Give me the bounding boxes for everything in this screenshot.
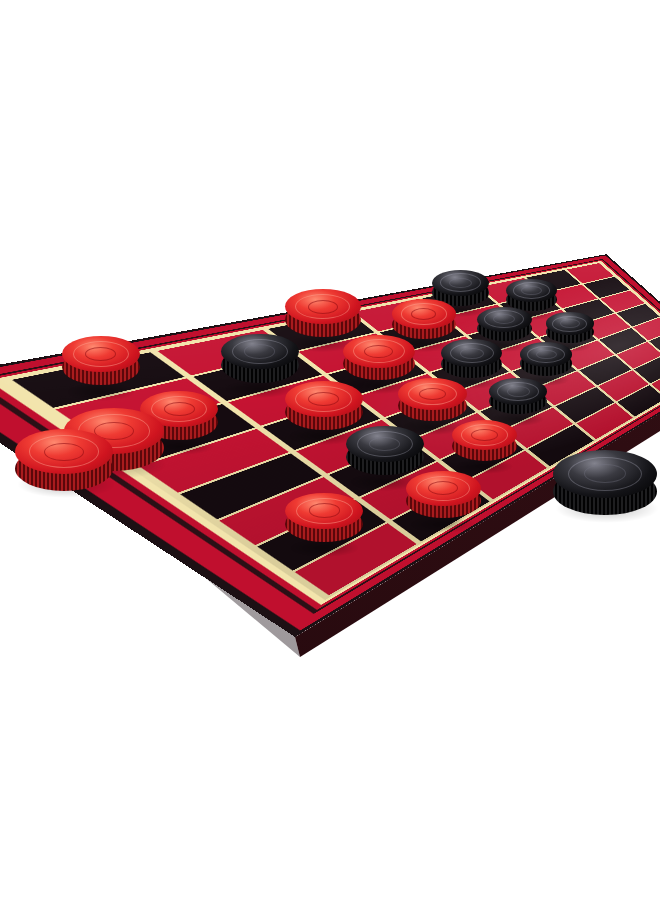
checker-crown-emboss: [364, 345, 393, 358]
checker-top-face: [221, 334, 299, 370]
checker-crown-emboss: [308, 392, 339, 406]
checker-top-face: [15, 429, 113, 474]
checker-crown-emboss: [411, 308, 436, 320]
checkers-scene: [0, 0, 660, 900]
checker-black[interactable]: [553, 450, 657, 554]
checker-top-face: [343, 335, 415, 368]
checker-top-face: [406, 471, 481, 506]
checker-top-face: [432, 270, 489, 296]
checker-top-face: [506, 279, 556, 302]
checker-top-face: [477, 307, 532, 332]
checker-crown-emboss: [244, 344, 275, 358]
checker-reflection: [67, 383, 136, 401]
checker-top-face: [546, 312, 594, 334]
checker-top-face: [392, 299, 456, 328]
checker-crown-emboss: [460, 348, 484, 359]
checker-red[interactable]: [406, 471, 481, 546]
checker-crown-emboss: [44, 443, 83, 461]
checker-top-face: [285, 381, 363, 417]
checker-crown-emboss: [308, 300, 338, 314]
checker-top-face: [489, 378, 547, 405]
checker-red[interactable]: [15, 429, 113, 527]
checker-crown-emboss: [560, 319, 579, 328]
checker-red[interactable]: [62, 336, 140, 414]
checker-top-face: [285, 493, 363, 529]
checker-top-face: [346, 426, 424, 462]
checker-crown-emboss: [309, 503, 340, 517]
checker-top-face: [62, 336, 140, 372]
checker-top-face: [520, 342, 573, 366]
checker-crown-emboss: [521, 286, 541, 295]
checker-top-face: [553, 450, 657, 498]
checker-crown-emboss: [471, 429, 497, 441]
checker-top-face: [398, 378, 466, 410]
checker-red[interactable]: [285, 493, 363, 571]
checker-reflection: [290, 539, 359, 557]
checker-top-face: [452, 420, 517, 450]
checker-reflection: [410, 516, 476, 533]
checker-crown-emboss: [507, 386, 530, 397]
checker-crown-emboss: [164, 402, 195, 416]
